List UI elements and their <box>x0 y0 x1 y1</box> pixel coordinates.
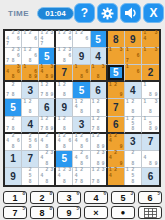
cell-r8c3[interactable]: 2348 <box>39 151 56 168</box>
cell-r3c8[interactable]: 16 <box>125 65 142 82</box>
settings-button[interactable] <box>97 3 118 23</box>
cell-r4c6[interactable]: 6 <box>91 82 108 99</box>
pencil-marks: 1589 <box>142 117 159 132</box>
gear-icon <box>101 7 114 20</box>
cell-r1c2[interactable]: 126 <box>22 31 39 48</box>
cell-r4c5[interactable]: 5 <box>73 82 90 99</box>
cell-r8c1[interactable]: 1 <box>5 151 22 168</box>
pencil-marks: 13489 <box>39 65 54 80</box>
digit-button-3[interactable]: 36 <box>57 191 81 204</box>
cell-r3c6[interactable]: 138 <box>91 65 108 82</box>
cell-r4c7[interactable]: 129 <box>108 82 125 99</box>
cell-r7c5[interactable]: 12468 <box>73 134 90 151</box>
cell-r9c4[interactable]: 12348 <box>56 168 73 185</box>
cell-r5c3[interactable]: 6 <box>39 99 56 116</box>
pencil-marks: 12478 <box>73 168 89 185</box>
pencil-marks: 489 <box>142 151 159 167</box>
number-pad: 182836465365758895×● <box>3 191 162 220</box>
pencil-marks: 2468 <box>5 134 21 150</box>
cell-r4c9[interactable]: 189 <box>142 82 159 99</box>
pencil-marks: 168 <box>73 65 89 80</box>
pencil-marks: 12468 <box>56 134 72 150</box>
cell-r6c5[interactable]: 3 <box>73 117 90 134</box>
grid-notes-button[interactable] <box>138 206 162 219</box>
pencil-marks: 23467 <box>5 31 21 47</box>
cell-r1c1[interactable]: 23467 <box>5 31 22 48</box>
cell-r1c6[interactable]: 5 <box>91 31 108 48</box>
pencil-marks: 2568 <box>22 134 38 150</box>
digit-button-6[interactable]: 65 <box>138 191 162 204</box>
cell-r9c9[interactable]: 6 <box>142 168 159 185</box>
cell-r8c2[interactable]: 7 <box>22 151 39 168</box>
pencil-marks: 126 <box>73 31 89 47</box>
cell-r9c6[interactable]: 12378 <box>91 168 108 185</box>
pad-row: 182836465365 <box>3 191 162 204</box>
cell-r6c9[interactable]: 1589 <box>142 117 159 134</box>
cell-r6c1[interactable]: 278 <box>5 117 22 134</box>
cell-r2c2[interactable]: 1268 <box>22 48 39 65</box>
digit-button-1[interactable]: 18 <box>3 191 27 204</box>
cell-r5c6[interactable]: 128 <box>91 99 108 116</box>
digit-button-7[interactable]: 75 <box>3 206 27 219</box>
x-icon: X <box>149 6 157 20</box>
pencil-marks: 248 <box>39 134 54 150</box>
cell-r8c5[interactable]: 2468 <box>73 151 90 168</box>
grid-icon <box>144 208 157 218</box>
sudoku-board: 2346712612347123612658913423678126851236… <box>3 29 161 187</box>
pencil-marks: 1278 <box>91 117 106 132</box>
pencil-marks: 138 <box>142 99 159 115</box>
pencil-marks: 12789 <box>39 82 54 98</box>
pencil-marks: 128 <box>56 117 72 132</box>
cell-r2c8[interactable]: 167 <box>125 48 142 65</box>
cell-r4c2[interactable]: 3 <box>22 82 39 99</box>
pencil-marks: 1248 <box>73 99 89 115</box>
cell-r8c8[interactable]: 28 <box>125 151 142 168</box>
remaining-count: 5 <box>157 192 160 197</box>
remaining-count: 6 <box>76 192 79 197</box>
cell-r7c4[interactable]: 12468 <box>56 134 73 151</box>
pencil-marks: 3468 <box>5 65 21 80</box>
cell-r5c9[interactable]: 138 <box>142 99 159 116</box>
pencil-marks: 128 <box>22 99 38 115</box>
pencil-marks: 128 <box>125 99 141 115</box>
cell-r3c7[interactable]: 5 <box>108 65 125 82</box>
pencil-marks: 28 <box>125 151 141 167</box>
cell-r2c6[interactable]: 4 <box>91 48 108 65</box>
pencil-marks: 189 <box>142 82 159 98</box>
pencil-marks: 1236 <box>56 31 72 47</box>
pencil-marks: 1258 <box>125 117 141 132</box>
cell-r5c4[interactable]: 9 <box>56 99 73 116</box>
cell-r2c3[interactable]: 5 <box>39 48 56 65</box>
pad-row: 758895×● <box>3 206 162 219</box>
cell-r8c4[interactable]: 5 <box>56 151 73 168</box>
pencil-marks: 12378 <box>91 168 106 185</box>
cell-r6c2[interactable]: 4 <box>22 117 39 134</box>
cell-r5c1[interactable]: 5 <box>5 99 22 116</box>
pencil-marks: 13 <box>142 48 159 64</box>
cell-r2c7[interactable]: 13 <box>108 48 125 65</box>
cell-r8c7[interactable]: 249 <box>108 151 125 168</box>
pencil-marks: 2348 <box>39 151 54 167</box>
help-button[interactable]: ? <box>74 3 95 23</box>
pencil-marks: 134 <box>142 31 159 47</box>
cell-r5c2[interactable]: 128 <box>22 99 39 116</box>
remaining-count: 3 <box>130 192 133 197</box>
cell-r7c2[interactable]: 2568 <box>22 134 39 151</box>
digit-button-8[interactable]: 88 <box>30 206 54 219</box>
pencil-marks: 138 <box>91 65 106 80</box>
cell-r3c4[interactable]: 7 <box>56 65 73 82</box>
cell-r8c6[interactable]: 2389 <box>91 151 108 168</box>
cell-r7c9[interactable]: 7 <box>142 134 159 151</box>
pencil-marks: 1268 <box>22 48 38 64</box>
cell-r3c1[interactable]: 3468 <box>5 65 22 82</box>
cell-r5c7[interactable]: 7 <box>108 99 125 116</box>
cell-r9c5[interactable]: 12478 <box>73 168 90 185</box>
cell-r4c1[interactable]: 278 <box>5 82 22 99</box>
remaining-count: 8 <box>22 192 25 197</box>
pencil-marks: 2348 <box>39 168 54 185</box>
pencil-marks: 126 <box>22 31 38 47</box>
cell-r9c3[interactable]: 2348 <box>39 168 56 185</box>
pencil-marks: 12348 <box>56 168 72 185</box>
pencil-marks: 278 <box>5 117 21 132</box>
pencil-mode-button[interactable]: ● <box>111 206 135 219</box>
timer-value: 01:04 <box>37 7 74 20</box>
pencil-marks: 128 <box>91 99 106 115</box>
digit-button-5[interactable]: 53 <box>111 191 135 204</box>
remaining-count: 5 <box>22 207 25 212</box>
cell-r2c9[interactable]: 13 <box>142 48 159 65</box>
remaining-count: 8 <box>49 192 52 197</box>
cell-r9c2[interactable]: 258 <box>22 168 39 185</box>
pencil-marks: 16 <box>125 65 141 80</box>
pencil-marks: 2389 <box>91 151 106 167</box>
pencil-marks: 12468 <box>73 134 89 150</box>
cell-r3c2[interactable]: 1689 <box>22 65 39 82</box>
cell-r6c8[interactable]: 1258 <box>125 117 142 134</box>
erase-button[interactable]: × <box>84 206 108 219</box>
pencil-marks: 12347 <box>39 31 54 47</box>
time-label: TIME <box>8 9 29 18</box>
cell-r4c4[interactable]: 128 <box>56 82 73 99</box>
cell-r7c8[interactable]: 3 <box>125 134 142 151</box>
cell-r1c8[interactable]: 9 <box>125 31 142 48</box>
x-icon: × <box>93 208 98 218</box>
remaining-count: 6 <box>103 192 106 197</box>
cell-r6c3[interactable]: 12789 <box>39 117 56 134</box>
cell-r7c7[interactable]: 1249 <box>108 134 125 151</box>
cell-r9c7[interactable]: 124 <box>108 168 125 185</box>
cell-r3c5[interactable]: 168 <box>73 65 90 82</box>
pencil-marks: 167 <box>125 48 141 64</box>
pencil-marks: 249 <box>108 151 124 167</box>
question-mark-icon: ? <box>81 6 88 20</box>
pencil-marks: 129 <box>108 82 124 98</box>
cell-r2c4[interactable]: 12368 <box>56 48 73 65</box>
cell-r6c7[interactable]: 6 <box>108 117 125 134</box>
pencil-marks: 1289 <box>91 134 106 150</box>
cell-r1c3[interactable]: 12347 <box>39 31 56 48</box>
cell-r7c1[interactable]: 2468 <box>5 134 22 151</box>
pencil-marks: 128 <box>56 82 72 98</box>
close-button[interactable]: X <box>143 3 164 23</box>
cell-r6c6[interactable]: 1278 <box>91 117 108 134</box>
remaining-count: 8 <box>49 207 52 212</box>
header-buttons: ? X <box>74 3 164 23</box>
cell-r5c8[interactable]: 128 <box>125 99 142 116</box>
cell-r1c7[interactable]: 8 <box>108 31 125 48</box>
pencil-marks: 1258 <box>125 168 141 185</box>
pencil-marks: 1249 <box>108 134 124 150</box>
cell-r3c9[interactable]: 2 <box>142 65 159 82</box>
remaining-count: 5 <box>76 207 79 212</box>
cell-r9c8[interactable]: 1258 <box>125 168 142 185</box>
pencil-marks: 12789 <box>39 117 54 132</box>
pencil-marks: 2468 <box>73 151 89 167</box>
pencil-marks: 12368 <box>56 48 72 64</box>
cell-r6c4[interactable]: 128 <box>56 117 73 134</box>
cell-r1c4[interactable]: 1236 <box>56 31 73 48</box>
cell-r1c9[interactable]: 134 <box>142 31 159 48</box>
cell-r2c1[interactable]: 23678 <box>5 48 22 65</box>
cell-r7c6[interactable]: 1289 <box>91 134 108 151</box>
digit-button-2[interactable]: 28 <box>30 191 54 204</box>
cell-r7c3[interactable]: 248 <box>39 134 56 151</box>
pencil-marks: 258 <box>22 168 38 185</box>
cell-r1c5[interactable]: 126 <box>73 31 90 48</box>
header-bar: TIME 01:04 ? X <box>0 0 165 27</box>
cell-r8c9[interactable]: 489 <box>142 151 159 168</box>
pencil-marks: 278 <box>5 82 21 98</box>
cell-r4c3[interactable]: 12789 <box>39 82 56 99</box>
cell-r4c8[interactable]: 4 <box>125 82 142 99</box>
pencil-marks: 124 <box>108 168 124 185</box>
digit-button-4[interactable]: 46 <box>84 191 108 204</box>
cell-r2c5[interactable]: 9 <box>73 48 90 65</box>
pencil-marks: 1689 <box>22 65 38 80</box>
cell-r3c3[interactable]: 13489 <box>39 65 56 82</box>
digit-button-9[interactable]: 95 <box>57 206 81 219</box>
speaker-icon <box>124 7 137 19</box>
sound-button[interactable] <box>120 3 141 23</box>
dot-icon: ● <box>121 208 126 217</box>
pencil-marks: 13 <box>108 48 124 64</box>
pencil-marks: 23678 <box>5 48 21 64</box>
cell-r5c5[interactable]: 1248 <box>73 99 90 116</box>
cell-r9c1[interactable]: 9 <box>5 168 22 185</box>
